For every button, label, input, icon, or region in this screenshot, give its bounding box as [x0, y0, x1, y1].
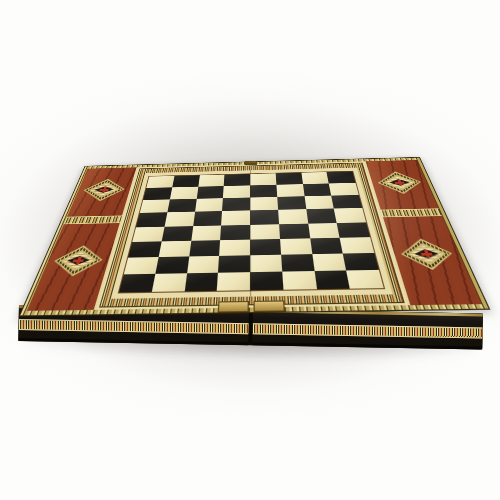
red-cross-motif — [48, 245, 107, 277]
square-h7 — [329, 183, 359, 196]
square-b3 — [158, 240, 190, 256]
square-e3 — [250, 239, 281, 255]
square-b1 — [152, 273, 187, 292]
square-g5 — [306, 209, 337, 223]
front-hinge-left — [218, 301, 249, 313]
square-c4 — [191, 225, 221, 240]
square-e2 — [250, 254, 282, 272]
front-hinge-right — [254, 300, 285, 312]
square-d1 — [217, 272, 250, 291]
mosaic-stripe-right — [253, 323, 483, 338]
square-g7 — [303, 184, 332, 197]
square-a1 — [119, 274, 155, 293]
diamond-inlay-right-bottom — [396, 238, 459, 270]
square-c3 — [189, 240, 221, 256]
square-b2 — [155, 256, 189, 273]
checkerboard-frame — [96, 161, 408, 309]
square-e6 — [250, 197, 278, 211]
square-d4 — [220, 225, 250, 240]
square-h2 — [343, 253, 379, 271]
square-a2 — [124, 257, 159, 274]
square-b8 — [172, 175, 199, 187]
photo-scene — [0, 0, 500, 500]
square-f3 — [280, 238, 312, 254]
diamond-inlay-left-top — [79, 178, 128, 201]
square-h3 — [340, 237, 374, 253]
square-e7 — [250, 185, 277, 198]
square-a6 — [140, 200, 170, 214]
cream-margin — [111, 168, 393, 299]
square-f7 — [276, 184, 304, 197]
square-e4 — [250, 224, 280, 239]
square-b4 — [162, 226, 193, 241]
square-a7 — [143, 187, 172, 200]
square-d6 — [222, 198, 250, 212]
square-e1 — [250, 271, 283, 290]
square-d2 — [218, 255, 250, 273]
square-d5 — [221, 211, 250, 225]
square-g8 — [301, 172, 329, 184]
square-b6 — [167, 199, 196, 213]
square-f2 — [281, 254, 314, 272]
square-f6 — [277, 196, 306, 210]
diamond-inlay-right-top — [374, 171, 425, 194]
square-d8 — [224, 174, 250, 186]
square-e8 — [250, 173, 276, 185]
mosaic-border-band — [99, 163, 405, 308]
square-g6 — [304, 196, 334, 210]
square-f4 — [279, 223, 310, 238]
square-a5 — [136, 213, 167, 227]
square-a3 — [128, 241, 161, 257]
square-c7 — [196, 186, 224, 199]
square-h1 — [346, 270, 383, 289]
square-h5 — [334, 208, 366, 223]
square-g2 — [312, 253, 347, 271]
square-c5 — [193, 211, 222, 225]
square-h8 — [327, 171, 356, 183]
square-g3 — [310, 237, 343, 253]
square-c2 — [187, 256, 220, 273]
square-d7 — [223, 185, 250, 198]
square-c6 — [195, 198, 223, 212]
chess-board — [118, 171, 385, 294]
square-g1 — [314, 270, 350, 289]
square-h4 — [337, 222, 370, 237]
square-d3 — [219, 239, 250, 255]
back-hinge — [245, 161, 257, 165]
red-cross-motif — [374, 171, 425, 194]
square-b5 — [164, 212, 194, 226]
square-c1 — [184, 273, 218, 292]
square-a4 — [132, 226, 164, 241]
square-b7 — [170, 187, 198, 200]
square-e5 — [250, 210, 279, 224]
square-f1 — [282, 271, 317, 290]
square-g4 — [308, 223, 340, 238]
diamond-inlay-left-bottom — [48, 245, 107, 277]
mosaic-divider-band-right — [381, 208, 442, 217]
square-f5 — [278, 209, 308, 223]
box-front-right-half — [252, 309, 483, 349]
board-top-surface — [19, 157, 491, 317]
mosaic-divider-band-left — [64, 215, 122, 224]
board-top-inlay-area — [27, 160, 482, 311]
square-c8 — [198, 175, 225, 187]
mosaic-stripe-left — [19, 319, 249, 334]
red-cross-motif — [396, 238, 459, 270]
square-f8 — [275, 173, 302, 185]
square-a8 — [146, 176, 174, 188]
red-cross-motif — [79, 178, 128, 201]
square-h6 — [331, 195, 362, 209]
